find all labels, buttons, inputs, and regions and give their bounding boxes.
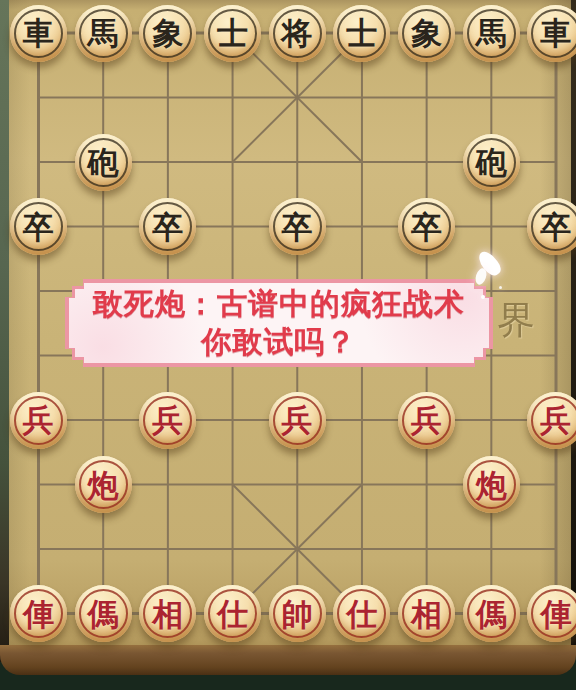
piece-glyph: 将	[282, 17, 313, 49]
piece-rB[interactable]: 相	[139, 585, 196, 642]
intersection-i6[interactable]: 卒	[524, 195, 576, 260]
piece-glyph: 炮	[476, 469, 507, 501]
intersection-e1[interactable]	[265, 517, 330, 582]
piece-ring: 兵	[14, 396, 63, 445]
piece-glyph: 傌	[476, 598, 507, 630]
intersection-d1[interactable]	[200, 517, 265, 582]
intersection-i5[interactable]	[524, 259, 576, 324]
piece-glyph: 馬	[476, 17, 507, 49]
intersection-f2[interactable]	[329, 453, 394, 518]
intersection-g0[interactable]: 相	[394, 582, 459, 647]
piece-rN[interactable]: 傌	[463, 585, 520, 642]
caption-banner-inner: 敢死炮：古谱中的疯狂战术 你敢试吗？	[69, 283, 489, 363]
intersection-c6[interactable]: 卒	[135, 195, 200, 260]
intersection-h0[interactable]: 傌	[459, 582, 524, 647]
piece-ring: 帥	[273, 589, 322, 638]
intersection-a3[interactable]: 兵	[6, 388, 71, 453]
intersection-b1[interactable]	[71, 517, 136, 582]
intersection-c7[interactable]	[135, 130, 200, 195]
intersection-h2[interactable]: 炮	[459, 453, 524, 518]
piece-ring: 象	[402, 9, 451, 58]
piece-rP[interactable]: 兵	[269, 392, 326, 449]
butterfly-icon	[472, 248, 512, 308]
intersection-g8[interactable]	[394, 66, 459, 131]
intersection-a9[interactable]: 車	[6, 1, 71, 66]
piece-bR[interactable]: 車	[527, 5, 576, 62]
piece-ring: 兵	[273, 396, 322, 445]
intersection-f8[interactable]	[329, 66, 394, 131]
piece-bN[interactable]: 馬	[75, 5, 132, 62]
intersection-i2[interactable]	[524, 453, 576, 518]
piece-rR[interactable]: 俥	[527, 585, 576, 642]
piece-ring: 俥	[14, 589, 63, 638]
intersection-c9[interactable]: 象	[135, 1, 200, 66]
intersection-e6[interactable]: 卒	[265, 195, 330, 260]
piece-ring: 砲	[79, 138, 128, 187]
piece-ring: 仕	[337, 589, 386, 638]
intersection-a1[interactable]	[6, 517, 71, 582]
piece-glyph: 士	[346, 17, 377, 49]
intersection-c8[interactable]	[135, 66, 200, 131]
piece-glyph: 馬	[88, 17, 119, 49]
piece-glyph: 仕	[346, 598, 377, 630]
piece-glyph: 仕	[217, 598, 248, 630]
piece-ring: 卒	[14, 202, 63, 251]
piece-bR[interactable]: 車	[10, 5, 67, 62]
piece-rA[interactable]: 仕	[204, 585, 261, 642]
piece-bP[interactable]: 卒	[527, 198, 576, 255]
piece-ring: 馬	[79, 9, 128, 58]
piece-bK[interactable]: 将	[269, 5, 326, 62]
piece-bP[interactable]: 卒	[139, 198, 196, 255]
intersection-f3[interactable]	[329, 388, 394, 453]
piece-glyph: 車	[540, 17, 571, 49]
intersection-a0[interactable]: 俥	[6, 582, 71, 647]
intersection-a8[interactable]	[6, 66, 71, 131]
piece-ring: 卒	[531, 202, 576, 251]
piece-rP[interactable]: 兵	[398, 392, 455, 449]
intersection-f0[interactable]: 仕	[329, 582, 394, 647]
piece-glyph: 卒	[152, 211, 183, 243]
intersection-f7[interactable]	[329, 130, 394, 195]
piece-rP[interactable]: 兵	[527, 392, 576, 449]
piece-ring: 兵	[531, 396, 576, 445]
piece-ring: 卒	[273, 202, 322, 251]
piece-bP[interactable]: 卒	[398, 198, 455, 255]
caption-banner: 敢死炮：古谱中的疯狂战术 你敢试吗？	[65, 279, 493, 367]
piece-rC[interactable]: 炮	[463, 456, 520, 513]
intersection-g3[interactable]: 兵	[394, 388, 459, 453]
piece-ring: 傌	[79, 589, 128, 638]
intersection-d8[interactable]	[200, 66, 265, 131]
piece-glyph: 士	[217, 17, 248, 49]
intersection-c3[interactable]: 兵	[135, 388, 200, 453]
piece-ring: 炮	[79, 460, 128, 509]
intersection-c1[interactable]	[135, 517, 200, 582]
piece-ring: 相	[402, 589, 451, 638]
piece-ring: 傌	[467, 589, 516, 638]
caption-line-2: 你敢试吗？	[202, 324, 357, 360]
piece-glyph: 傌	[88, 598, 119, 630]
intersection-h9[interactable]: 馬	[459, 1, 524, 66]
piece-glyph: 象	[411, 17, 442, 49]
piece-glyph: 卒	[540, 211, 571, 243]
intersection-b8[interactable]	[71, 66, 136, 131]
intersection-b0[interactable]: 傌	[71, 582, 136, 647]
intersection-d9[interactable]: 士	[200, 1, 265, 66]
piece-rA[interactable]: 仕	[333, 585, 390, 642]
intersection-d6[interactable]	[200, 195, 265, 260]
piece-ring: 俥	[531, 589, 576, 638]
intersection-e8[interactable]	[265, 66, 330, 131]
intersection-i8[interactable]	[524, 66, 576, 131]
piece-bP[interactable]: 卒	[269, 198, 326, 255]
piece-glyph: 兵	[411, 404, 442, 436]
intersection-a6[interactable]: 卒	[6, 195, 71, 260]
intersection-c0[interactable]: 相	[135, 582, 200, 647]
piece-glyph: 俥	[23, 598, 54, 630]
piece-bA[interactable]: 士	[204, 5, 261, 62]
intersection-i3[interactable]: 兵	[524, 388, 576, 453]
intersection-d3[interactable]	[200, 388, 265, 453]
intersection-f1[interactable]	[329, 517, 394, 582]
piece-ring: 車	[531, 9, 576, 58]
piece-bB[interactable]: 象	[139, 5, 196, 62]
intersection-i0[interactable]: 俥	[524, 582, 576, 647]
intersection-b2[interactable]: 炮	[71, 453, 136, 518]
intersection-f6[interactable]	[329, 195, 394, 260]
piece-bC[interactable]: 砲	[463, 134, 520, 191]
piece-ring: 卒	[143, 202, 192, 251]
intersection-e3[interactable]: 兵	[265, 388, 330, 453]
piece-glyph: 炮	[88, 469, 119, 501]
piece-glyph: 兵	[540, 404, 571, 436]
intersection-a7[interactable]	[6, 130, 71, 195]
piece-glyph: 象	[152, 17, 183, 49]
sparkle-icon	[481, 295, 485, 299]
piece-glyph: 砲	[476, 146, 507, 178]
intersection-e0[interactable]: 帥	[265, 582, 330, 647]
piece-ring: 車	[14, 9, 63, 58]
piece-ring: 馬	[467, 9, 516, 58]
intersection-h7[interactable]: 砲	[459, 130, 524, 195]
piece-glyph: 砲	[88, 146, 119, 178]
piece-bB[interactable]: 象	[398, 5, 455, 62]
piece-bN[interactable]: 馬	[463, 5, 520, 62]
intersection-b6[interactable]	[71, 195, 136, 260]
intersection-b9[interactable]: 馬	[71, 1, 136, 66]
intersection-e9[interactable]: 将	[265, 1, 330, 66]
piece-ring: 相	[143, 589, 192, 638]
piece-glyph: 卒	[23, 211, 54, 243]
piece-rB[interactable]: 相	[398, 585, 455, 642]
piece-rP[interactable]: 兵	[139, 392, 196, 449]
piece-rP[interactable]: 兵	[10, 392, 67, 449]
intersection-g2[interactable]	[394, 453, 459, 518]
intersection-a5[interactable]	[6, 259, 71, 324]
piece-glyph: 兵	[152, 404, 183, 436]
piece-glyph: 卒	[411, 211, 442, 243]
piece-ring: 炮	[467, 460, 516, 509]
piece-ring: 象	[143, 9, 192, 58]
intersection-e7[interactable]	[265, 130, 330, 195]
intersection-f9[interactable]: 士	[329, 1, 394, 66]
intersection-i9[interactable]: 車	[524, 1, 576, 66]
intersection-h1[interactable]	[459, 517, 524, 582]
intersection-h8[interactable]	[459, 66, 524, 131]
piece-glyph: 相	[152, 598, 183, 630]
piece-ring: 兵	[143, 396, 192, 445]
intersection-e2[interactable]	[265, 453, 330, 518]
intersection-g1[interactable]	[394, 517, 459, 582]
intersection-c2[interactable]	[135, 453, 200, 518]
sparkle-icon	[499, 286, 502, 289]
intersection-d0[interactable]: 仕	[200, 582, 265, 647]
piece-rR[interactable]: 俥	[10, 585, 67, 642]
piece-rC[interactable]: 炮	[75, 456, 132, 513]
intersection-h3[interactable]	[459, 388, 524, 453]
piece-bC[interactable]: 砲	[75, 134, 132, 191]
piece-ring: 砲	[467, 138, 516, 187]
intersection-i4[interactable]	[524, 324, 576, 389]
piece-glyph: 帥	[282, 598, 313, 630]
piece-rK[interactable]: 帥	[269, 585, 326, 642]
intersection-d2[interactable]	[200, 453, 265, 518]
intersection-b7[interactable]: 砲	[71, 130, 136, 195]
piece-ring: 士	[337, 9, 386, 58]
piece-bA[interactable]: 士	[333, 5, 390, 62]
intersection-i7[interactable]	[524, 130, 576, 195]
piece-ring: 卒	[402, 202, 451, 251]
piece-glyph: 相	[411, 598, 442, 630]
intersection-g9[interactable]: 象	[394, 1, 459, 66]
intersection-g6[interactable]: 卒	[394, 195, 459, 260]
piece-ring: 仕	[208, 589, 257, 638]
intersection-a2[interactable]	[6, 453, 71, 518]
piece-glyph: 卒	[282, 211, 313, 243]
piece-glyph: 兵	[23, 404, 54, 436]
piece-glyph: 車	[23, 17, 54, 49]
intersection-b3[interactable]	[71, 388, 136, 453]
caption-line-1: 敢死炮：古谱中的疯狂战术	[93, 286, 465, 322]
intersection-g7[interactable]	[394, 130, 459, 195]
piece-ring: 将	[273, 9, 322, 58]
intersection-i1[interactable]	[524, 517, 576, 582]
piece-ring: 士	[208, 9, 257, 58]
piece-glyph: 俥	[540, 598, 571, 630]
intersection-a4[interactable]	[6, 324, 71, 389]
piece-bP[interactable]: 卒	[10, 198, 67, 255]
intersection-d7[interactable]	[200, 130, 265, 195]
xiangqi-scene: 界 車馬象士将士象馬車砲砲卒卒卒卒卒兵兵兵兵兵炮炮俥傌相仕帥仕相傌俥 敢死炮：古…	[0, 0, 576, 690]
piece-rN[interactable]: 傌	[75, 585, 132, 642]
piece-glyph: 兵	[282, 404, 313, 436]
piece-ring: 兵	[402, 396, 451, 445]
